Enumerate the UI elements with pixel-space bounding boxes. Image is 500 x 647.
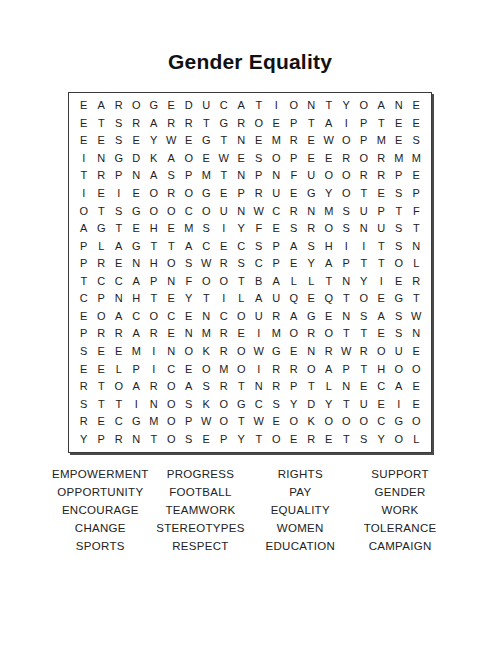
word-list-item: WOMEN: [252, 519, 348, 537]
grid-cell: T: [233, 413, 251, 431]
grid-cell: O: [198, 360, 216, 378]
grid-cell: O: [320, 325, 338, 343]
grid-cell: B: [250, 272, 268, 290]
grid-cell: P: [75, 237, 93, 255]
grid-cell: N: [338, 308, 356, 326]
grid-cell: E: [268, 220, 286, 238]
grid-cell: E: [93, 413, 111, 431]
grid-cell: O: [93, 308, 111, 326]
word-list-item: WORK: [352, 501, 448, 519]
grid-cell: T: [355, 185, 373, 203]
grid-cell: O: [75, 202, 93, 220]
grid-cell: N: [163, 343, 181, 361]
grid-cell: K: [145, 150, 163, 168]
grid-cell: O: [390, 360, 408, 378]
grid-cell: R: [250, 185, 268, 203]
word-list-column: PROGRESSFOOTBALLTEAMWORKSTEREOTYPESRESPE…: [153, 465, 249, 555]
grid-cell: R: [110, 430, 128, 448]
grid-cell: P: [75, 325, 93, 343]
grid-cell: O: [355, 290, 373, 308]
grid-cell: T: [250, 97, 268, 115]
grid-cell: R: [303, 220, 321, 238]
grid-cell: A: [163, 150, 181, 168]
grid-cell: P: [128, 360, 146, 378]
grid-cell: R: [215, 378, 233, 396]
grid-cell: N: [303, 202, 321, 220]
grid-cell: S: [390, 220, 408, 238]
grid-cell: O: [110, 378, 128, 396]
grid-cell: E: [163, 325, 181, 343]
grid-cell: O: [355, 97, 373, 115]
grid-cell: G: [268, 343, 286, 361]
grid-cell: P: [145, 272, 163, 290]
grid-cell: I: [145, 343, 163, 361]
grid-cell: S: [233, 255, 251, 273]
grid-cell: R: [285, 202, 303, 220]
grid-cell: Q: [285, 290, 303, 308]
word-list-item: TOLERANCE: [352, 519, 448, 537]
grid-cell: C: [180, 202, 198, 220]
grid-cell: E: [75, 360, 93, 378]
grid-cell: R: [145, 378, 163, 396]
grid-cell: H: [320, 237, 338, 255]
grid-cell: S: [180, 255, 198, 273]
grid-cell: S: [180, 430, 198, 448]
grid-cell: I: [75, 185, 93, 203]
grid-cell: N: [128, 167, 146, 185]
grid-cell: U: [198, 97, 216, 115]
grid-cell: C: [250, 395, 268, 413]
grid-cell: E: [373, 325, 391, 343]
grid-cell: O: [163, 413, 181, 431]
grid-cell: P: [390, 167, 408, 185]
grid-cell: A: [285, 308, 303, 326]
grid-cell: O: [145, 308, 163, 326]
puzzle-title: Gender Equality: [0, 50, 500, 74]
grid-cell: O: [285, 413, 303, 431]
grid-cell: T: [338, 430, 356, 448]
grid-cell: N: [408, 325, 426, 343]
grid-cell: U: [373, 220, 391, 238]
grid-cell: A: [75, 220, 93, 238]
grid-cell: M: [180, 220, 198, 238]
grid-cell: P: [180, 167, 198, 185]
grid-cell: R: [355, 167, 373, 185]
grid-cell: O: [145, 202, 163, 220]
grid-cell: N: [233, 132, 251, 150]
grid-cell: S: [250, 237, 268, 255]
grid-cell: R: [145, 325, 163, 343]
grid-cell: U: [268, 185, 286, 203]
grid-cell: N: [408, 237, 426, 255]
grid-cell: S: [355, 430, 373, 448]
grid-cell: H: [128, 290, 146, 308]
grid-cell: O: [338, 413, 356, 431]
grid-cell: T: [233, 378, 251, 396]
grid-cell: E: [390, 132, 408, 150]
grid-cell: N: [145, 395, 163, 413]
grid-cell: O: [215, 272, 233, 290]
grid-cell: C: [215, 308, 233, 326]
word-list-item: RIGHTS: [252, 465, 348, 483]
grid-cell: U: [215, 202, 233, 220]
grid-cell: L: [408, 430, 426, 448]
grid-cell: P: [180, 413, 198, 431]
grid-cell: E: [303, 150, 321, 168]
grid-cell: R: [303, 430, 321, 448]
grid-cell: T: [75, 272, 93, 290]
grid-cell: E: [408, 395, 426, 413]
grid-cell: E: [180, 308, 198, 326]
grid-cell: R: [75, 378, 93, 396]
grid-cell: O: [355, 150, 373, 168]
grid-cell: A: [285, 237, 303, 255]
grid-cell: E: [285, 343, 303, 361]
grid-cell: M: [128, 343, 146, 361]
grid-cell: I: [215, 290, 233, 308]
grid-cell: Y: [75, 430, 93, 448]
grid-cell: T: [93, 395, 111, 413]
grid-cell: A: [145, 167, 163, 185]
grid-cell: O: [180, 185, 198, 203]
grid-cell: O: [303, 360, 321, 378]
grid-cell: T: [198, 290, 216, 308]
grid-cell: A: [128, 378, 146, 396]
grid-cell: C: [163, 360, 181, 378]
word-list-item: TEAMWORK: [153, 501, 249, 519]
grid-cell: I: [145, 360, 163, 378]
grid-cell: L: [110, 360, 128, 378]
grid-cell: N: [390, 97, 408, 115]
grid-cell: U: [303, 167, 321, 185]
grid-cell: M: [320, 202, 338, 220]
grid-cell: R: [75, 413, 93, 431]
grid-cell: E: [373, 185, 391, 203]
grid-cell: R: [303, 325, 321, 343]
grid-cell: Y: [355, 272, 373, 290]
grid-cell: O: [163, 395, 181, 413]
grid-cell: E: [198, 430, 216, 448]
grid-cell: E: [268, 115, 286, 133]
grid-cell: L: [303, 272, 321, 290]
grid-cell: E: [75, 132, 93, 150]
grid-cell: P: [110, 167, 128, 185]
grid-cell: O: [250, 115, 268, 133]
grid-cell: S: [198, 220, 216, 238]
grid-cell: A: [180, 237, 198, 255]
grid-cell: G: [198, 132, 216, 150]
grid-cell: E: [285, 255, 303, 273]
grid-cell: R: [110, 97, 128, 115]
grid-cell: A: [320, 115, 338, 133]
grid-cell: F: [285, 167, 303, 185]
grid-cell: O: [198, 272, 216, 290]
grid-cell: P: [338, 255, 356, 273]
grid-cell: L: [93, 237, 111, 255]
grid-cell: N: [180, 325, 198, 343]
grid-cell: E: [285, 185, 303, 203]
grid-cell: R: [268, 378, 286, 396]
grid-cell: E: [390, 115, 408, 133]
grid-cell: E: [250, 132, 268, 150]
grid-cell: R: [93, 167, 111, 185]
grid-cell: E: [390, 272, 408, 290]
grid-cell: E: [268, 413, 286, 431]
grid-cell: N: [303, 343, 321, 361]
grid-cell: T: [215, 132, 233, 150]
grid-cell: T: [110, 395, 128, 413]
grid-cell: W: [250, 202, 268, 220]
grid-cell: N: [163, 272, 181, 290]
grid-cell: T: [145, 290, 163, 308]
grid-cell: N: [110, 290, 128, 308]
grid-cell: Y: [180, 290, 198, 308]
grid-cell: C: [110, 272, 128, 290]
grid-cell: C: [198, 237, 216, 255]
grid-cell: R: [285, 132, 303, 150]
grid-cell: T: [303, 378, 321, 396]
grid-cell: S: [390, 185, 408, 203]
grid-cell: A: [110, 308, 128, 326]
word-list-item: EMPOWERMENT: [52, 465, 149, 483]
grid-cell: O: [233, 308, 251, 326]
grid-cell: T: [233, 272, 251, 290]
grid-cell: G: [303, 308, 321, 326]
grid-cell: G: [145, 97, 163, 115]
grid-cell: A: [180, 378, 198, 396]
grid-cell: I: [338, 237, 356, 255]
grid-cell: Y: [145, 132, 163, 150]
grid-cell: A: [320, 255, 338, 273]
grid-cell: P: [373, 202, 391, 220]
grid-cell: O: [233, 360, 251, 378]
grid-cell: O: [233, 343, 251, 361]
grid-cell: R: [268, 308, 286, 326]
grid-cell: T: [93, 115, 111, 133]
grid-cell: T: [408, 290, 426, 308]
grid-cell: M: [268, 325, 286, 343]
grid-cell: Y: [285, 395, 303, 413]
grid-cell: G: [93, 220, 111, 238]
grid-cell: E: [163, 97, 181, 115]
grid-cell: W: [250, 413, 268, 431]
grid-cell: N: [93, 150, 111, 168]
grid-cell: O: [145, 185, 163, 203]
grid-cell: G: [128, 413, 146, 431]
grid-cell: S: [250, 150, 268, 168]
grid-cell: E: [408, 115, 426, 133]
grid-cell: I: [250, 360, 268, 378]
grid-cell: E: [215, 185, 233, 203]
grid-cell: C: [373, 413, 391, 431]
grid-cell: Y: [338, 97, 356, 115]
grid-cell: W: [338, 343, 356, 361]
grid-cell: R: [373, 167, 391, 185]
grid-cell: E: [110, 255, 128, 273]
grid-cell: O: [338, 167, 356, 185]
grid-cell: O: [390, 255, 408, 273]
grid-cell: D: [180, 97, 198, 115]
grid-cell: O: [285, 325, 303, 343]
grid-cell: R: [233, 115, 251, 133]
grid-cell: R: [373, 150, 391, 168]
grid-cell: P: [338, 360, 356, 378]
grid-cell: G: [128, 202, 146, 220]
grid-cell: T: [373, 255, 391, 273]
word-list-item: RESPECT: [153, 537, 249, 555]
grid-cell: G: [215, 115, 233, 133]
grid-cell: E: [320, 150, 338, 168]
grid-cell: C: [93, 272, 111, 290]
grid-cell: E: [320, 308, 338, 326]
grid-cell: M: [198, 325, 216, 343]
grid-cell: E: [128, 220, 146, 238]
grid-cell: T: [390, 202, 408, 220]
grid-cell: G: [390, 290, 408, 308]
grid-cell: F: [250, 220, 268, 238]
grid-cell: O: [180, 150, 198, 168]
grid-cell: U: [268, 290, 286, 308]
grid-cell: T: [320, 97, 338, 115]
grid-cell: E: [285, 430, 303, 448]
grid-cell: T: [215, 167, 233, 185]
grid-cell: K: [198, 343, 216, 361]
grid-cell: R: [110, 325, 128, 343]
grid-cell: F: [408, 202, 426, 220]
grid-cell: G: [390, 413, 408, 431]
word-list-column: SUPPORTGENDERWORKTOLERANCECAMPAIGN: [352, 465, 448, 555]
grid-cell: C: [110, 413, 128, 431]
grid-cell: P: [355, 115, 373, 133]
grid-cell: R: [180, 115, 198, 133]
grid-cell: D: [128, 150, 146, 168]
grid-cell: R: [128, 115, 146, 133]
grid-cell: E: [163, 220, 181, 238]
grid-cell: E: [355, 378, 373, 396]
grid-cell: I: [373, 272, 391, 290]
grid-cell: I: [268, 97, 286, 115]
grid-cell: O: [320, 167, 338, 185]
grid-cell: M: [408, 150, 426, 168]
grid-cell: C: [268, 202, 286, 220]
grid-cell: M: [373, 132, 391, 150]
grid-cell: R: [408, 272, 426, 290]
grid-cell: E: [320, 430, 338, 448]
grid-cell: L: [285, 272, 303, 290]
grid-cell: K: [198, 395, 216, 413]
grid-cell: T: [355, 255, 373, 273]
grid-cell: P: [268, 237, 286, 255]
grid-cell: O: [285, 97, 303, 115]
grid-cell: T: [373, 237, 391, 255]
grid-cell: C: [75, 290, 93, 308]
grid-cell: R: [215, 255, 233, 273]
grid-cell: T: [338, 395, 356, 413]
grid-cell: I: [338, 115, 356, 133]
grid-cell: N: [233, 202, 251, 220]
grid-cell: G: [303, 185, 321, 203]
grid-cell: O: [215, 395, 233, 413]
grid-cell: T: [250, 430, 268, 448]
grid-cell: S: [198, 378, 216, 396]
grid-cell: A: [128, 325, 146, 343]
grid-cell: O: [163, 378, 181, 396]
grid-cell: R: [93, 325, 111, 343]
grid-cell: Y: [233, 430, 251, 448]
grid-cell: E: [198, 150, 216, 168]
grid-cell: E: [233, 150, 251, 168]
grid-cell: N: [250, 378, 268, 396]
grid-cell: I: [250, 325, 268, 343]
grid-cell: W: [215, 150, 233, 168]
word-list-item: SUPPORT: [352, 465, 448, 483]
grid-cell: U: [355, 202, 373, 220]
grid-cell: P: [408, 185, 426, 203]
grid-cell: O: [198, 202, 216, 220]
grid-cell: A: [250, 290, 268, 308]
grid-cell: S: [268, 395, 286, 413]
grid-cell: C: [215, 97, 233, 115]
word-list-item: ENCOURAGE: [52, 501, 149, 519]
grid-cell: T: [355, 360, 373, 378]
grid-cell: S: [303, 237, 321, 255]
grid-cell: C: [373, 378, 391, 396]
grid-cell: N: [233, 167, 251, 185]
grid-cell: S: [110, 132, 128, 150]
grid-cell: S: [390, 308, 408, 326]
grid-cell: A: [93, 97, 111, 115]
grid-cell: P: [250, 167, 268, 185]
grid-cell: O: [390, 430, 408, 448]
grid-cell: N: [355, 220, 373, 238]
grid-cell: N: [128, 255, 146, 273]
grid-cell: S: [408, 132, 426, 150]
grid-cell: T: [93, 202, 111, 220]
grid-cell: T: [145, 430, 163, 448]
grid-cell: A: [373, 97, 391, 115]
grid-cell: S: [285, 220, 303, 238]
grid-cell: R: [268, 360, 286, 378]
grid-cell: G: [198, 185, 216, 203]
grid-cell: N: [338, 272, 356, 290]
grid-cell: O: [320, 413, 338, 431]
grid-cell: Y: [233, 220, 251, 238]
grid-cell: O: [408, 413, 426, 431]
grid-cell: K: [303, 413, 321, 431]
grid-cell: T: [338, 325, 356, 343]
grid-cell: A: [390, 378, 408, 396]
grid-cell: E: [128, 132, 146, 150]
grid-cell: Y: [320, 185, 338, 203]
grid-cell: P: [268, 255, 286, 273]
grid-cell: R: [285, 360, 303, 378]
grid-cell: T: [355, 325, 373, 343]
grid-cell: A: [268, 272, 286, 290]
grid-cell: T: [198, 115, 216, 133]
grid-cell: N: [198, 308, 216, 326]
grid-cell: G: [233, 395, 251, 413]
grid-cell: L: [233, 290, 251, 308]
word-list-item: FOOTBALL: [153, 483, 249, 501]
grid-cell: U: [355, 395, 373, 413]
grid-cell: C: [163, 308, 181, 326]
grid-cell: O: [408, 360, 426, 378]
grid-cell: U: [250, 308, 268, 326]
grid-cell: O: [320, 220, 338, 238]
grid-cell: E: [75, 115, 93, 133]
word-list-column: RIGHTSPAYEQUALITYWOMENEDUCATION: [252, 465, 348, 555]
grid-cell: E: [233, 325, 251, 343]
